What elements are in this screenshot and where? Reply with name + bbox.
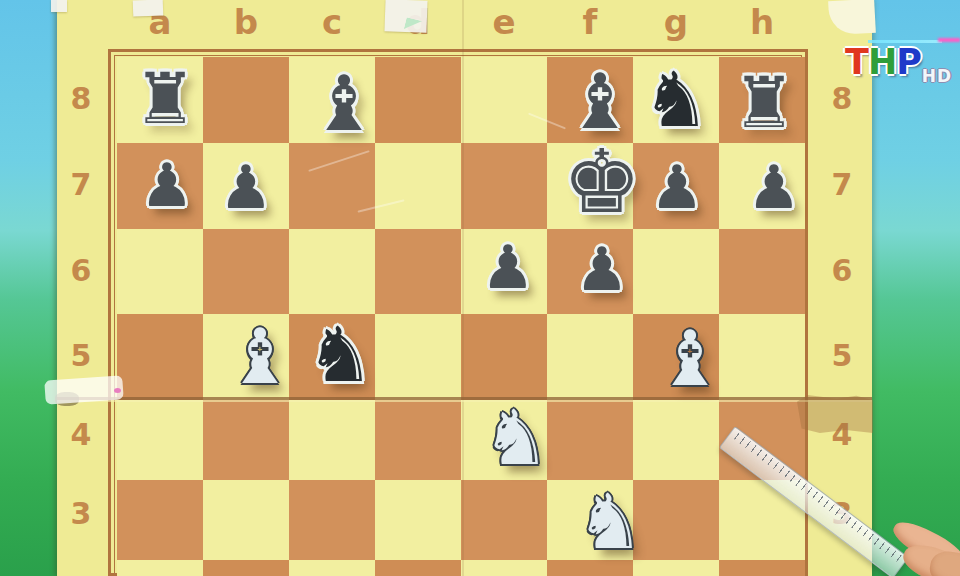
- rank-label-right-5: 5: [825, 338, 859, 373]
- file-label-b: b: [226, 2, 266, 42]
- piece-white-bishop-g5[interactable]: ♝: [656, 321, 724, 397]
- square-d3[interactable]: [375, 480, 461, 560]
- logo-letter-h: H: [868, 42, 896, 82]
- square-e2[interactable]: [461, 560, 547, 576]
- rank-label-left-5: 5: [64, 338, 98, 373]
- square-a4[interactable]: [117, 400, 203, 480]
- tv-frame: ♜♝♝♞♜♟♟♚♟♟♟♟♝♞♝♞♞ abcdefgh887766554433 T…: [0, 0, 960, 576]
- fold-seam-highlight: [57, 400, 872, 402]
- piece-white-bishop-b5[interactable]: ♝: [226, 319, 294, 395]
- rank-label-right-7: 7: [825, 167, 859, 202]
- demo-board-sheet: ♜♝♝♞♜♟♟♚♟♟♟♟♝♞♝♞♞ abcdefgh887766554433: [57, 0, 872, 576]
- piece-black-pawn-h7[interactable]: ♟: [747, 157, 801, 217]
- square-f5[interactable]: [547, 314, 633, 400]
- square-b2[interactable]: [203, 560, 289, 576]
- curled-corner: [828, 0, 876, 35]
- square-b6[interactable]: [203, 229, 289, 314]
- square-e3[interactable]: [461, 480, 547, 560]
- rank-label-left-6: 6: [64, 253, 98, 288]
- file-label-f: f: [570, 2, 610, 42]
- piece-black-bishop-f8[interactable]: ♝: [566, 64, 634, 140]
- piece-black-bishop-c8[interactable]: ♝: [310, 66, 378, 142]
- pink-tape-speck: [114, 388, 121, 393]
- rank-label-left-7: 7: [64, 167, 98, 202]
- rank-label-left-8: 8: [64, 81, 98, 116]
- hd-badge: HD: [922, 66, 952, 86]
- square-f4[interactable]: [547, 400, 633, 480]
- square-c6[interactable]: [289, 229, 375, 314]
- file-label-h: h: [742, 2, 782, 42]
- file-label-c: c: [312, 2, 352, 42]
- square-g4[interactable]: [633, 400, 719, 480]
- square-a5[interactable]: [117, 314, 203, 400]
- square-h5[interactable]: [719, 314, 805, 400]
- rank-label-right-8: 8: [825, 81, 859, 116]
- piece-black-pawn-b7[interactable]: ♟: [219, 157, 273, 217]
- square-e8[interactable]: [461, 57, 547, 143]
- piece-black-king-f7[interactable]: ♚: [563, 138, 642, 226]
- square-c3[interactable]: [289, 480, 375, 560]
- square-d6[interactable]: [375, 229, 461, 314]
- square-d8[interactable]: [375, 57, 461, 143]
- torn-edge-patch: [797, 395, 873, 433]
- piece-black-pawn-a7[interactable]: ♟: [140, 155, 194, 215]
- square-h2[interactable]: [719, 560, 805, 576]
- square-e5[interactable]: [461, 314, 547, 400]
- square-g3[interactable]: [633, 480, 719, 560]
- thp-logo: THPHD: [845, 42, 952, 86]
- logo-letter-t: T: [845, 42, 868, 82]
- file-label-e: e: [484, 2, 524, 42]
- square-a3[interactable]: [117, 480, 203, 560]
- rank-label-left-4: 4: [64, 417, 98, 452]
- chess-board-grid: ♜♝♝♞♜♟♟♚♟♟♟♟♝♞♝♞♞: [117, 57, 805, 576]
- piece-white-knight-f3[interactable]: ♞: [576, 484, 644, 560]
- file-label-g: g: [656, 2, 696, 42]
- square-d2[interactable]: [375, 560, 461, 576]
- rank-label-left-3: 3: [64, 496, 98, 531]
- square-c4[interactable]: [289, 400, 375, 480]
- square-d7[interactable]: [375, 143, 461, 229]
- square-c2[interactable]: [289, 560, 375, 576]
- square-a6[interactable]: [117, 229, 203, 314]
- square-g2[interactable]: [633, 560, 719, 576]
- square-h6[interactable]: [719, 229, 805, 314]
- square-c7[interactable]: [289, 143, 375, 229]
- piece-white-knight-e4[interactable]: ♞: [482, 400, 550, 476]
- vertical-crease: [462, 0, 464, 576]
- piece-black-rook-a8[interactable]: ♜: [134, 64, 197, 134]
- piece-black-pawn-e6[interactable]: ♟: [481, 236, 535, 296]
- tape-scrap-top-edge: [51, 0, 67, 12]
- square-a2[interactable]: [117, 560, 203, 576]
- piece-black-pawn-f6[interactable]: ♟: [575, 238, 629, 298]
- piece-black-pawn-g7[interactable]: ♟: [650, 157, 704, 217]
- square-g6[interactable]: [633, 229, 719, 314]
- rank-label-right-6: 6: [825, 253, 859, 288]
- square-d5[interactable]: [375, 314, 461, 400]
- piece-black-knight-c5[interactable]: ♞: [306, 317, 374, 393]
- square-b4[interactable]: [203, 400, 289, 480]
- square-b8[interactable]: [203, 57, 289, 143]
- piece-black-knight-g8[interactable]: ♞: [642, 62, 710, 138]
- piece-black-rook-h8[interactable]: ♜: [733, 68, 796, 138]
- tape-scrap-top-left: [133, 0, 164, 17]
- logo-letter-p: P: [896, 42, 921, 82]
- square-d4[interactable]: [375, 400, 461, 480]
- square-b3[interactable]: [203, 480, 289, 560]
- square-e7[interactable]: [461, 143, 547, 229]
